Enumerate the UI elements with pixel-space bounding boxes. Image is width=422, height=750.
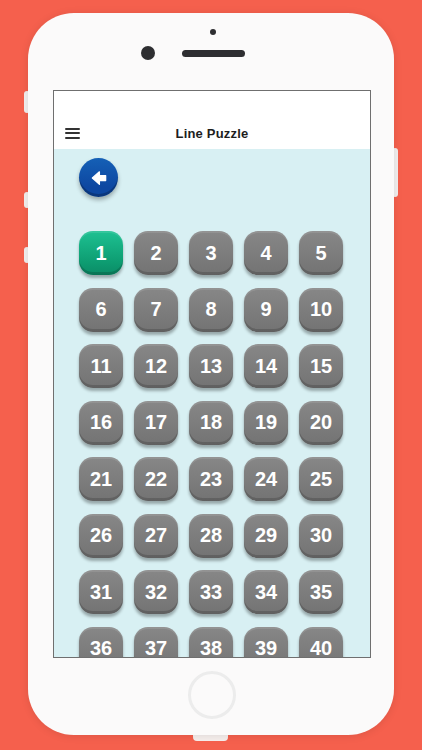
level-button-37[interactable]: 37	[134, 627, 178, 659]
level-button-12[interactable]: 12	[134, 344, 178, 388]
status-bar	[54, 91, 370, 117]
level-button-20[interactable]: 20	[299, 401, 343, 445]
level-button-31[interactable]: 31	[79, 570, 123, 614]
back-button[interactable]	[79, 158, 118, 197]
level-button-1[interactable]: 1	[79, 231, 123, 275]
level-button-34[interactable]: 34	[244, 570, 288, 614]
page-title: Line Puzzle	[176, 126, 249, 141]
level-button-13[interactable]: 13	[189, 344, 233, 388]
level-button-28[interactable]: 28	[189, 514, 233, 558]
sensor-dot-icon	[210, 29, 216, 35]
level-button-10[interactable]: 10	[299, 288, 343, 332]
level-button-33[interactable]: 33	[189, 570, 233, 614]
level-button-36[interactable]: 36	[79, 627, 123, 659]
level-button-39[interactable]: 39	[244, 627, 288, 659]
app-screenshot: Line Puzzle 1234567891011121314151617181…	[0, 0, 422, 750]
level-button-18[interactable]: 18	[189, 401, 233, 445]
level-button-29[interactable]: 29	[244, 514, 288, 558]
level-button-21[interactable]: 21	[79, 457, 123, 501]
level-button-15[interactable]: 15	[299, 344, 343, 388]
level-button-26[interactable]: 26	[79, 514, 123, 558]
level-button-22[interactable]: 22	[134, 457, 178, 501]
level-select-content: 1234567891011121314151617181920212223242…	[54, 149, 370, 658]
level-button-8[interactable]: 8	[189, 288, 233, 332]
app-header: Line Puzzle	[54, 117, 370, 149]
speaker-bar-icon	[182, 50, 245, 57]
level-button-5[interactable]: 5	[299, 231, 343, 275]
charging-port-tab	[193, 735, 228, 741]
home-button	[188, 671, 236, 719]
level-button-38[interactable]: 38	[189, 627, 233, 659]
arrow-left-icon	[89, 168, 109, 188]
menu-icon[interactable]	[65, 125, 80, 141]
level-button-35[interactable]: 35	[299, 570, 343, 614]
level-button-3[interactable]: 3	[189, 231, 233, 275]
camera-icon	[141, 46, 155, 60]
level-button-14[interactable]: 14	[244, 344, 288, 388]
level-button-4[interactable]: 4	[244, 231, 288, 275]
level-button-25[interactable]: 25	[299, 457, 343, 501]
level-button-11[interactable]: 11	[79, 344, 123, 388]
level-button-27[interactable]: 27	[134, 514, 178, 558]
level-button-30[interactable]: 30	[299, 514, 343, 558]
level-button-9[interactable]: 9	[244, 288, 288, 332]
level-button-7[interactable]: 7	[134, 288, 178, 332]
level-button-40[interactable]: 40	[299, 627, 343, 659]
level-button-16[interactable]: 16	[79, 401, 123, 445]
level-button-19[interactable]: 19	[244, 401, 288, 445]
level-button-24[interactable]: 24	[244, 457, 288, 501]
level-button-17[interactable]: 17	[134, 401, 178, 445]
phone-frame: Line Puzzle 1234567891011121314151617181…	[28, 13, 394, 735]
level-button-2[interactable]: 2	[134, 231, 178, 275]
level-button-6[interactable]: 6	[79, 288, 123, 332]
level-button-23[interactable]: 23	[189, 457, 233, 501]
level-grid: 1234567891011121314151617181920212223242…	[79, 231, 343, 658]
app-screen: Line Puzzle 1234567891011121314151617181…	[53, 90, 371, 658]
level-button-32[interactable]: 32	[134, 570, 178, 614]
